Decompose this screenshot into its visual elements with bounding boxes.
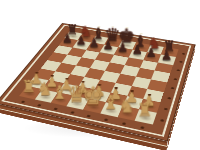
photo-stage: ♜♞♝♛♚♝♞♜♟♟♟♟♟♟♟♟♟♟♟♟♟♟♟♟♜♞♝♛♚♝♞♜ — [0, 0, 200, 150]
frame-dot — [167, 97, 171, 100]
board-wrap: ♜♞♝♛♚♝♞♜♟♟♟♟♟♟♟♟♟♟♟♟♟♟♟♟♜♞♝♛♚♝♞♜ — [0, 23, 196, 142]
frame-dot — [22, 100, 26, 103]
piece-white-rook[interactable]: ♜ — [127, 102, 162, 119]
chess-board[interactable]: ♜♞♝♛♚♝♞♜♟♟♟♟♟♟♟♟♟♟♟♟♟♟♟♟♜♞♝♛♚♝♞♜ — [0, 23, 196, 142]
frame-dot — [140, 126, 144, 129]
frame-dot — [70, 111, 74, 114]
frame-dot — [173, 78, 177, 80]
chess-set-photo: ♜♞♝♛♚♝♞♜♟♟♟♟♟♟♟♟♟♟♟♟♟♟♟♟♜♞♝♛♚♝♞♜ — [0, 0, 200, 150]
frame-dot — [170, 87, 174, 89]
frame-dot — [54, 107, 58, 110]
piece-black-pawn[interactable]: ♟ — [152, 49, 181, 62]
frame-dot — [122, 122, 126, 125]
frame-dot — [176, 69, 180, 71]
frame-dot — [104, 118, 108, 121]
frame-dot — [87, 114, 91, 117]
frame-dot — [37, 104, 41, 107]
